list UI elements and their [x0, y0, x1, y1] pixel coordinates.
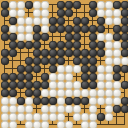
white-stone-r10c14[interactable]: [113, 81, 121, 89]
white-stone-r12c1[interactable]: [9, 97, 17, 105]
white-stone-r12c13[interactable]: [105, 97, 113, 105]
white-stone-r1c4[interactable]: [33, 9, 41, 17]
white-stone: [41, 17, 49, 25]
black-stone-r2c1[interactable]: [9, 17, 17, 25]
black-stone: [81, 49, 89, 57]
black-stone-r8c3[interactable]: [25, 65, 33, 73]
black-stone: [33, 65, 41, 73]
empty-point-r14c8[interactable]: [65, 113, 73, 121]
black-stone-r7c3[interactable]: [25, 57, 33, 65]
empty-point-r15c13[interactable]: [105, 121, 113, 128]
white-stone-r15c1[interactable]: [9, 121, 17, 128]
black-stone-r8c11[interactable]: [89, 65, 97, 73]
empty-point-r15c6[interactable]: [49, 121, 57, 128]
white-stone-r13c13[interactable]: [105, 105, 113, 113]
black-stone-r0c15[interactable]: [121, 1, 128, 9]
white-stone-r12c11[interactable]: [89, 97, 97, 105]
black-stone-r4c11[interactable]: [89, 33, 97, 41]
white-stone-r14c5[interactable]: [41, 113, 49, 121]
white-stone-r1c1[interactable]: [9, 9, 17, 17]
black-stone: [57, 57, 65, 65]
black-stone-r3c11[interactable]: [89, 25, 97, 33]
black-stone-r5c2[interactable]: [17, 41, 25, 49]
white-stone-r10c12[interactable]: [97, 81, 105, 89]
empty-point-r15c14[interactable]: [113, 121, 121, 128]
white-stone-r14c0[interactable]: [1, 113, 9, 121]
white-stone-r11c14[interactable]: [113, 89, 121, 97]
black-stone-r11c3[interactable]: [25, 89, 33, 97]
black-stone: [57, 9, 65, 17]
black-stone-r12c15[interactable]: [121, 97, 128, 105]
empty-point-r11c2[interactable]: [17, 89, 25, 97]
white-stone-r11c7[interactable]: [57, 89, 65, 97]
black-stone-r9c5[interactable]: [41, 73, 49, 81]
black-stone-r5c15[interactable]: [121, 41, 128, 49]
black-stone-r12c6[interactable]: [49, 97, 57, 105]
black-stone-r8c14[interactable]: [113, 65, 121, 73]
white-stone-r1c2[interactable]: [17, 9, 25, 17]
black-stone-r11c0[interactable]: [1, 89, 9, 97]
black-stone-r3c15[interactable]: [121, 25, 128, 33]
white-stone-r10c8[interactable]: [65, 81, 73, 89]
black-stone-r5c6[interactable]: [49, 41, 57, 49]
white-stone-r3c5[interactable]: [41, 25, 49, 33]
white-stone-r2c14[interactable]: [113, 17, 121, 25]
black-stone: [65, 9, 73, 17]
black-stone-r8c15[interactable]: [121, 65, 128, 73]
white-stone-r13c7[interactable]: [57, 105, 65, 113]
empty-point-r4c6[interactable]: [49, 33, 57, 41]
black-stone: [9, 89, 17, 97]
black-stone-r7c0[interactable]: [1, 57, 9, 65]
black-stone-r4c5[interactable]: [41, 33, 49, 41]
black-stone-r1c8[interactable]: [65, 9, 73, 17]
black-stone-r2c12[interactable]: [97, 17, 105, 25]
black-stone-r10c3[interactable]: [25, 81, 33, 89]
white-stone-r9c6[interactable]: [49, 73, 57, 81]
white-stone-r14c13[interactable]: [105, 113, 113, 121]
white-stone-r13c2[interactable]: [17, 105, 25, 113]
white-stone-r1c12[interactable]: [97, 9, 105, 17]
white-stone: [57, 81, 65, 89]
white-stone: [105, 65, 113, 73]
black-stone: [41, 97, 49, 105]
white-stone-r3c2[interactable]: [17, 25, 25, 33]
white-stone-r8c8[interactable]: [65, 65, 73, 73]
white-stone-r2c3[interactable]: [25, 17, 33, 25]
black-stone: [81, 81, 89, 89]
black-stone: [89, 49, 97, 57]
empty-point-r15c15[interactable]: [121, 121, 128, 128]
empty-point-r15c2[interactable]: [17, 121, 25, 128]
black-stone-r3c4[interactable]: [33, 25, 41, 33]
white-stone-r13c8[interactable]: [65, 105, 73, 113]
black-stone-r4c15[interactable]: [121, 33, 128, 41]
black-stone-r4c8[interactable]: [65, 33, 73, 41]
white-stone: [81, 113, 89, 121]
black-stone-r2c15[interactable]: [121, 17, 128, 25]
black-stone-r9c0[interactable]: [1, 73, 9, 81]
white-stone-r14c1[interactable]: [9, 113, 17, 121]
black-stone: [1, 81, 9, 89]
white-stone-r0c1[interactable]: [9, 1, 17, 9]
white-stone-r15c8[interactable]: [65, 121, 73, 128]
empty-point-r8c0[interactable]: [1, 65, 9, 73]
black-stone-r10c2[interactable]: [17, 81, 25, 89]
black-stone-r9c14[interactable]: [113, 73, 121, 81]
black-stone-r7c10[interactable]: [81, 57, 89, 65]
black-stone-r6c5[interactable]: [41, 49, 49, 57]
white-stone-r1c5[interactable]: [41, 9, 49, 17]
empty-point-r5c0[interactable]: [1, 41, 9, 49]
white-stone: [25, 113, 33, 121]
black-stone-r10c1[interactable]: [9, 81, 17, 89]
black-stone-r5c9[interactable]: [73, 41, 81, 49]
black-stone-r5c11[interactable]: [89, 41, 97, 49]
black-stone-r8c6[interactable]: [49, 65, 57, 73]
black-stone-r6c15[interactable]: [121, 49, 128, 57]
empty-point-r13c12[interactable]: [97, 105, 105, 113]
black-stone: [121, 41, 128, 49]
empty-point-r4c7[interactable]: [57, 33, 65, 41]
black-stone-r11c4[interactable]: [33, 89, 41, 97]
black-stone: [121, 105, 128, 113]
white-stone-r8c9[interactable]: [73, 65, 81, 73]
black-stone-r7c11[interactable]: [89, 57, 97, 65]
white-stone-r6c13[interactable]: [105, 49, 113, 57]
white-stone-r2c13[interactable]: [105, 17, 113, 25]
white-stone-r15c3[interactable]: [25, 121, 33, 128]
white-stone: [33, 121, 41, 128]
black-stone-r0c7[interactable]: [57, 1, 65, 9]
empty-point-r5c5[interactable]: [41, 41, 49, 49]
empty-point-r0c6[interactable]: [49, 1, 57, 9]
white-stone-r11c12[interactable]: [97, 89, 105, 97]
empty-point-r7c2[interactable]: [17, 57, 25, 65]
black-stone-r2c9[interactable]: [73, 17, 81, 25]
white-stone-r9c13[interactable]: [105, 73, 113, 81]
black-stone-r10c15[interactable]: [121, 81, 128, 89]
white-stone-r9c7[interactable]: [57, 73, 65, 81]
black-stone-r5c3[interactable]: [25, 41, 33, 49]
white-stone-r3c1[interactable]: [9, 25, 17, 33]
empty-point-r1c3[interactable]: [25, 9, 33, 17]
white-stone-r5c14[interactable]: [113, 41, 121, 49]
white-stone: [97, 97, 105, 105]
white-stone-r2c5[interactable]: [41, 17, 49, 25]
white-stone-r14c11[interactable]: [89, 113, 97, 121]
black-stone-r6c1[interactable]: [9, 49, 17, 57]
white-stone-r14c2[interactable]: [17, 113, 25, 121]
white-stone: [25, 33, 33, 41]
black-stone-r6c4[interactable]: [33, 49, 41, 57]
black-stone-r5c7[interactable]: [57, 41, 65, 49]
white-stone-r10c13[interactable]: [105, 81, 113, 89]
empty-point-r1c10[interactable]: [81, 9, 89, 17]
black-stone-r7c6[interactable]: [49, 57, 57, 65]
black-stone-r12c9[interactable]: [73, 97, 81, 105]
black-stone-r3c8[interactable]: [65, 25, 73, 33]
black-stone-r0c0[interactable]: [1, 1, 9, 9]
white-stone-r14c4[interactable]: [33, 113, 41, 121]
black-stone-r7c4[interactable]: [33, 57, 41, 65]
black-stone-r14c12[interactable]: [97, 113, 105, 121]
white-stone-r13c1[interactable]: [9, 105, 17, 113]
white-stone-r8c12[interactable]: [97, 65, 105, 73]
empty-point-r6c2[interactable]: [17, 49, 25, 57]
white-stone-r12c0[interactable]: [1, 97, 9, 105]
white-stone-r12c7[interactable]: [57, 97, 65, 105]
white-stone-r0c4[interactable]: [33, 1, 41, 9]
black-stone-r12c8[interactable]: [65, 97, 73, 105]
white-stone-r9c12[interactable]: [97, 73, 105, 81]
black-stone-r7c7[interactable]: [57, 57, 65, 65]
white-stone: [1, 97, 9, 105]
black-stone-r4c9[interactable]: [73, 33, 81, 41]
black-stone-r8c10[interactable]: [81, 65, 89, 73]
black-stone-r5c4[interactable]: [33, 41, 41, 49]
black-stone-r10c11[interactable]: [89, 81, 97, 89]
black-stone: [1, 49, 9, 57]
white-stone-r0c2[interactable]: [17, 1, 25, 9]
empty-point-r8c1[interactable]: [9, 65, 17, 73]
white-stone-r7c15[interactable]: [121, 57, 128, 65]
empty-point-r4c10[interactable]: [81, 33, 89, 41]
white-stone: [113, 9, 121, 17]
black-stone-r5c1[interactable]: [9, 41, 17, 49]
white-stone-r14c9[interactable]: [73, 113, 81, 121]
empty-point-r7c8[interactable]: [65, 57, 73, 65]
white-stone-r11c10[interactable]: [81, 89, 89, 97]
black-stone-r0c8[interactable]: [65, 1, 73, 9]
white-stone-r10c7[interactable]: [57, 81, 65, 89]
empty-point-r9c9[interactable]: [73, 73, 81, 81]
empty-point-r8c5[interactable]: [41, 65, 49, 73]
empty-point-r9c15[interactable]: [121, 73, 128, 81]
empty-point-r7c12[interactable]: [97, 57, 105, 65]
black-stone-r10c10[interactable]: [81, 81, 89, 89]
black-stone-r6c9[interactable]: [73, 49, 81, 57]
empty-point-r15c12[interactable]: [97, 121, 105, 128]
black-stone: [113, 33, 121, 41]
white-stone-r9c8[interactable]: [65, 73, 73, 81]
white-stone-r12c3[interactable]: [25, 97, 33, 105]
black-stone: [57, 17, 65, 25]
black-stone-r3c14[interactable]: [113, 25, 121, 33]
black-stone-r12c10[interactable]: [81, 97, 89, 105]
black-stone-r3c10[interactable]: [81, 25, 89, 33]
black-stone-r5c8[interactable]: [65, 41, 73, 49]
white-stone-r11c5[interactable]: [41, 89, 49, 97]
black-stone-r4c0[interactable]: [1, 33, 9, 41]
white-stone: [105, 105, 113, 113]
white-stone-r15c10[interactable]: [81, 121, 89, 128]
black-stone-r6c0[interactable]: [1, 49, 9, 57]
black-stone-r9c1[interactable]: [9, 73, 17, 81]
white-stone-r11c9[interactable]: [73, 89, 81, 97]
black-stone-r12c2[interactable]: [17, 97, 25, 105]
white-stone-r4c3[interactable]: [25, 33, 33, 41]
black-stone-r10c4[interactable]: [33, 81, 41, 89]
black-stone-r3c6[interactable]: [49, 25, 57, 33]
white-stone: [73, 81, 81, 89]
white-stone-r10c6[interactable]: [49, 81, 57, 89]
empty-point-r1c9[interactable]: [73, 9, 81, 17]
white-stone: [41, 25, 49, 33]
white-stone-r12c12[interactable]: [97, 97, 105, 105]
black-stone-r1c7[interactable]: [57, 9, 65, 17]
white-stone-r15c7[interactable]: [57, 121, 65, 128]
empty-point-r5c10[interactable]: [81, 41, 89, 49]
white-stone-r11c11[interactable]: [89, 89, 97, 97]
black-stone-r6c8[interactable]: [65, 49, 73, 57]
empty-point-r14c14[interactable]: [113, 113, 121, 121]
empty-point-r2c11[interactable]: [89, 17, 97, 25]
black-stone-r4c1[interactable]: [9, 33, 17, 41]
black-stone-r0c3[interactable]: [25, 1, 33, 9]
white-stone-r15c0[interactable]: [1, 121, 9, 128]
black-stone-r1c15[interactable]: [121, 9, 128, 17]
white-stone-r13c5[interactable]: [41, 105, 49, 113]
white-stone: [33, 9, 41, 17]
black-stone-r13c15[interactable]: [121, 105, 128, 113]
black-stone-r9c2[interactable]: [17, 73, 25, 81]
black-stone-r9c10[interactable]: [81, 73, 89, 81]
black-stone-r4c4[interactable]: [33, 33, 41, 41]
white-stone-r5c13[interactable]: [105, 41, 113, 49]
white-stone-r14c10[interactable]: [81, 113, 89, 121]
white-stone-r13c6[interactable]: [49, 105, 57, 113]
black-stone-r11c1[interactable]: [9, 89, 17, 97]
black-stone-r3c9[interactable]: [73, 25, 81, 33]
black-stone-r7c9[interactable]: [73, 57, 81, 65]
white-stone-r14c6[interactable]: [49, 113, 57, 121]
black-stone-r2c6[interactable]: [49, 17, 57, 25]
white-stone-r4c12[interactable]: [97, 33, 105, 41]
white-stone-r14c7[interactable]: [57, 113, 65, 121]
black-stone: [41, 73, 49, 81]
black-stone-r8c2[interactable]: [17, 65, 25, 73]
empty-point-r13c4[interactable]: [33, 105, 41, 113]
empty-point-r2c0[interactable]: [1, 17, 9, 25]
white-stone-r3c3[interactable]: [25, 25, 33, 33]
empty-point-r14c15[interactable]: [121, 113, 128, 121]
white-stone: [25, 25, 33, 33]
black-stone-r0c9[interactable]: [73, 1, 81, 9]
empty-point-r11c15[interactable]: [121, 89, 128, 97]
black-stone-r3c12[interactable]: [97, 25, 105, 33]
white-stone-r15c4[interactable]: [33, 121, 41, 128]
white-stone-r13c9[interactable]: [73, 105, 81, 113]
white-stone-r11c6[interactable]: [49, 89, 57, 97]
black-stone-r5c12[interactable]: [97, 41, 105, 49]
black-stone-r7c5[interactable]: [41, 57, 49, 65]
black-stone-r6c12[interactable]: [97, 49, 105, 57]
black-stone-r2c10[interactable]: [81, 17, 89, 25]
white-stone-r2c4[interactable]: [33, 17, 41, 25]
white-stone-r13c0[interactable]: [1, 105, 9, 113]
black-stone: [65, 97, 73, 105]
black-stone-r9c11[interactable]: [89, 73, 97, 81]
black-stone-r6c10[interactable]: [81, 49, 89, 57]
white-stone-r15c11[interactable]: [89, 121, 97, 128]
empty-point-r7c1[interactable]: [9, 57, 17, 65]
white-stone: [41, 121, 49, 128]
white-stone: [89, 121, 97, 128]
empty-point-r9c4[interactable]: [33, 73, 41, 81]
white-stone-r14c3[interactable]: [25, 113, 33, 121]
white-stone-r1c13[interactable]: [105, 9, 113, 17]
white-stone-r13c3[interactable]: [25, 105, 33, 113]
white-stone-r8c7[interactable]: [57, 65, 65, 73]
black-stone: [121, 33, 128, 41]
white-stone-r8c13[interactable]: [105, 65, 113, 73]
white-stone-r10c9[interactable]: [73, 81, 81, 89]
white-stone-r2c2[interactable]: [17, 17, 25, 25]
white-stone-r0c5[interactable]: [41, 1, 49, 9]
black-stone-r1c0[interactable]: [1, 9, 9, 17]
white-stone: [65, 89, 73, 97]
black-stone-r12c5[interactable]: [41, 97, 49, 105]
black-stone-r6c7[interactable]: [57, 49, 65, 57]
black-stone-r13c14[interactable]: [113, 105, 121, 113]
black-stone-r0c11[interactable]: [89, 1, 97, 9]
empty-point-r6c3[interactable]: [25, 49, 33, 57]
white-stone: [49, 89, 57, 97]
black-stone-r9c3[interactable]: [25, 73, 33, 81]
black-stone-r2c7[interactable]: [57, 17, 65, 25]
white-stone-r7c14[interactable]: [113, 57, 121, 65]
black-stone: [9, 17, 17, 25]
white-stone: [41, 9, 49, 17]
black-stone-r4c14[interactable]: [113, 33, 121, 41]
black-stone-r10c5[interactable]: [41, 81, 49, 89]
white-stone-r7c13[interactable]: [105, 57, 113, 65]
white-stone: [9, 113, 17, 121]
white-stone-r15c5[interactable]: [41, 121, 49, 128]
empty-point-r2c8[interactable]: [65, 17, 73, 25]
white-stone-r1c14[interactable]: [113, 9, 121, 17]
black-stone: [81, 73, 89, 81]
black-stone-r3c7[interactable]: [57, 25, 65, 33]
white-stone-r11c8[interactable]: [65, 89, 73, 97]
black-stone-r0c14[interactable]: [113, 1, 121, 9]
white-stone: [57, 89, 65, 97]
black-stone: [65, 25, 73, 33]
white-stone-r4c2[interactable]: [17, 33, 25, 41]
black-stone-r6c6[interactable]: [49, 49, 57, 57]
empty-point-r1c6[interactable]: [49, 9, 57, 17]
black-stone-r1c11[interactable]: [89, 9, 97, 17]
black-stone-r6c11[interactable]: [89, 49, 97, 57]
white-stone-r12c14[interactable]: [113, 97, 121, 105]
empty-point-r13c10[interactable]: [81, 105, 89, 113]
white-stone-r11c13[interactable]: [105, 89, 113, 97]
white-stone-r6c14[interactable]: [113, 49, 121, 57]
white-stone-r0c13[interactable]: [105, 1, 113, 9]
black-stone-r12c4[interactable]: [33, 97, 41, 105]
black-stone-r10c0[interactable]: [1, 81, 9, 89]
white-stone-r4c13[interactable]: [105, 33, 113, 41]
empty-point-r3c13[interactable]: [105, 25, 113, 33]
empty-point-r15c9[interactable]: [73, 121, 81, 128]
white-stone-r0c12[interactable]: [97, 1, 105, 9]
black-stone-r3c0[interactable]: [1, 25, 9, 33]
empty-point-r0c10[interactable]: [81, 1, 89, 9]
black-stone-r8c4[interactable]: [33, 65, 41, 73]
black-stone: [33, 57, 41, 65]
white-stone-r13c11[interactable]: [89, 105, 97, 113]
